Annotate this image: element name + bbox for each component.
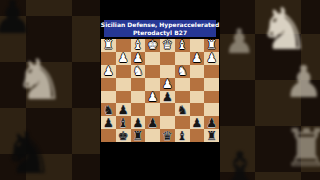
blurred-background-left [0,0,101,180]
square-h4[interactable] [101,78,116,91]
black-rook-icon: ♜ [206,130,217,142]
square-e5[interactable]: ♟ [145,91,160,104]
white-pawn-icon: ♟ [162,78,173,90]
square-b8[interactable] [190,129,205,142]
square-c7[interactable] [175,116,190,129]
square-h5[interactable] [101,91,116,104]
square-d5[interactable]: ♟ [160,91,175,104]
square-h8[interactable] [101,129,116,142]
square-e7[interactable]: ♟ [145,116,160,129]
square-c5[interactable] [175,91,190,104]
square-d4[interactable]: ♟ [160,78,175,91]
square-d7[interactable] [160,116,175,129]
black-knight-icon: ♞ [177,104,188,116]
square-a8[interactable]: ♜ [204,129,219,142]
square-b1[interactable] [190,39,205,52]
square-b4[interactable] [190,78,205,91]
square-g4[interactable] [116,78,131,91]
black-king-icon: ♚ [118,130,129,142]
square-f8[interactable]: ♜ [131,129,146,142]
square-a1[interactable]: ♜ [204,39,219,52]
black-rook-icon: ♜ [132,130,143,142]
white-knight-icon: ♞ [177,65,188,77]
square-e8[interactable] [145,129,160,142]
square-e3[interactable] [145,65,160,78]
black-pawn-icon: ♟ [132,117,143,129]
square-a5[interactable] [204,91,219,104]
square-a7[interactable]: ♟ [204,116,219,129]
white-king-icon: ♚ [147,39,158,51]
square-e2[interactable] [145,52,160,65]
black-pawn-icon: ♟ [118,104,129,116]
square-b2[interactable]: ♟ [190,52,205,65]
square-b7[interactable]: ♟ [190,116,205,129]
white-pawn-icon: ♟ [132,52,143,64]
square-h7[interactable]: ♟ [101,116,116,129]
square-c8[interactable]: ♝ [175,129,190,142]
white-pawn-icon: ♟ [191,52,202,64]
square-d3[interactable] [160,65,175,78]
square-f3[interactable]: ♞ [131,65,146,78]
black-pawn-icon: ♟ [191,117,202,129]
square-h1[interactable]: ♜ [101,39,116,52]
white-queen-icon: ♛ [162,39,173,51]
black-pawn-icon: ♟ [162,91,173,103]
square-g3[interactable] [116,65,131,78]
square-d6[interactable] [160,103,175,116]
opening-title-banner: Sicilian Defense, Hyperaccelerated Ptero… [103,19,217,38]
black-knight-icon: ♞ [103,104,114,116]
white-bishop-icon: ♝ [177,39,188,51]
white-pawn-icon: ♟ [147,91,158,103]
square-b5[interactable] [190,91,205,104]
white-knight-icon: ♞ [132,65,143,77]
white-rook-icon: ♜ [206,39,217,51]
white-bishop-icon: ♝ [132,39,143,51]
square-c6[interactable]: ♞ [175,103,190,116]
square-d8[interactable]: ♛ [160,129,175,142]
white-rook-icon: ♜ [103,39,114,51]
square-d2[interactable] [160,52,175,65]
square-a3[interactable] [204,65,219,78]
black-queen-icon: ♛ [162,130,173,142]
square-c3[interactable]: ♞ [175,65,190,78]
square-c2[interactable] [175,52,190,65]
black-pawn-icon: ♟ [206,117,217,129]
square-d1[interactable]: ♛ [160,39,175,52]
opening-title-line1: Sicilian Defense, Hyperaccelerated [101,21,219,29]
square-g2[interactable]: ♟ [116,52,131,65]
black-bishop-icon: ♝ [177,130,188,142]
square-e1[interactable]: ♚ [145,39,160,52]
square-e4[interactable] [145,78,160,91]
square-g8[interactable]: ♚ [116,129,131,142]
opening-title-line2: Pterodactyl B27 [133,29,187,37]
black-pawn-icon: ♟ [103,117,114,129]
blurred-background-right [219,0,320,180]
square-f7[interactable]: ♟ [131,116,146,129]
chess-board[interactable]: ♜♝♚♛♝♜♟♟♟♟♟♞♞♟♟♟♞♟♞♟♝♟♟♟♟♚♜♛♝♜ [100,38,220,143]
square-f1[interactable]: ♝ [131,39,146,52]
square-c4[interactable] [175,78,190,91]
square-h2[interactable] [101,52,116,65]
white-pawn-icon: ♟ [103,65,114,77]
square-g1[interactable] [116,39,131,52]
square-f4[interactable] [131,78,146,91]
square-f2[interactable]: ♟ [131,52,146,65]
square-e6[interactable] [145,103,160,116]
square-h6[interactable]: ♞ [101,103,116,116]
square-h3[interactable]: ♟ [101,65,116,78]
square-c1[interactable]: ♝ [175,39,190,52]
black-bishop-icon: ♝ [118,117,129,129]
square-f6[interactable] [131,103,146,116]
square-g5[interactable] [116,91,131,104]
square-g6[interactable]: ♟ [116,103,131,116]
black-pawn-icon: ♟ [147,117,158,129]
white-pawn-icon: ♟ [206,52,217,64]
square-b3[interactable] [190,65,205,78]
square-b6[interactable] [190,103,205,116]
square-a2[interactable]: ♟ [204,52,219,65]
white-pawn-icon: ♟ [118,52,129,64]
square-g7[interactable]: ♝ [116,116,131,129]
square-a4[interactable] [204,78,219,91]
video-frame: Sicilian Defense, Hyperaccelerated Ptero… [0,0,320,180]
square-a6[interactable] [204,103,219,116]
square-f5[interactable] [131,91,146,104]
